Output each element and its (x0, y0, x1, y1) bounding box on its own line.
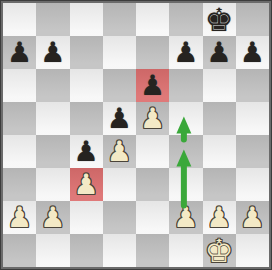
square-a1[interactable] (3, 234, 36, 267)
white-pawn-e5[interactable]: ♟ (140, 105, 165, 133)
white-king-g1[interactable]: ♚ (205, 235, 234, 267)
black-pawn-c4[interactable]: ♟ (74, 138, 99, 166)
square-e4[interactable] (136, 135, 169, 168)
white-pawn-d4[interactable]: ♟ (107, 138, 132, 166)
white-pawn-g2[interactable]: ♟ (207, 204, 232, 232)
white-pawn-a2[interactable]: ♟ (7, 204, 32, 232)
square-b2[interactable]: ♟ (36, 201, 69, 234)
square-b5[interactable] (36, 102, 69, 135)
black-pawn-e6[interactable]: ♟ (140, 72, 165, 100)
square-a6[interactable] (3, 69, 36, 102)
square-c3[interactable]: ♟ (70, 168, 103, 201)
square-d8[interactable] (103, 3, 136, 36)
square-d4[interactable]: ♟ (103, 135, 136, 168)
square-c1[interactable] (70, 234, 103, 267)
square-b8[interactable] (36, 3, 69, 36)
square-f4[interactable] (169, 135, 202, 168)
square-c5[interactable] (70, 102, 103, 135)
board-frame: ♚♟♟♟♟♟♟♟♟♟♟♟♟♟♟♟♟♚ (0, 0, 272, 270)
square-b7[interactable]: ♟ (36, 36, 69, 69)
white-pawn-h2[interactable]: ♟ (240, 204, 265, 232)
black-pawn-h7[interactable]: ♟ (240, 39, 265, 67)
square-e3[interactable] (136, 168, 169, 201)
square-d2[interactable] (103, 201, 136, 234)
black-pawn-g7[interactable]: ♟ (207, 39, 232, 67)
square-d7[interactable] (103, 36, 136, 69)
square-e1[interactable] (136, 234, 169, 267)
square-h2[interactable]: ♟ (236, 201, 269, 234)
chess-app-screenshot: ♚♟♟♟♟♟♟♟♟♟♟♟♟♟♟♟♟♚ (0, 0, 272, 270)
square-f2[interactable]: ♟ (169, 201, 202, 234)
black-king-g8[interactable]: ♚ (205, 4, 234, 36)
square-g6[interactable] (203, 69, 236, 102)
square-a2[interactable]: ♟ (3, 201, 36, 234)
square-a5[interactable] (3, 102, 36, 135)
square-f8[interactable] (169, 3, 202, 36)
square-e8[interactable] (136, 3, 169, 36)
square-e7[interactable] (136, 36, 169, 69)
square-b1[interactable] (36, 234, 69, 267)
square-a4[interactable] (3, 135, 36, 168)
square-h1[interactable] (236, 234, 269, 267)
square-d6[interactable] (103, 69, 136, 102)
square-c6[interactable] (70, 69, 103, 102)
square-h7[interactable]: ♟ (236, 36, 269, 69)
square-h5[interactable] (236, 102, 269, 135)
square-c8[interactable] (70, 3, 103, 36)
white-pawn-f2[interactable]: ♟ (173, 204, 198, 232)
white-pawn-b2[interactable]: ♟ (40, 204, 65, 232)
black-pawn-a7[interactable]: ♟ (7, 39, 32, 67)
square-f5[interactable] (169, 102, 202, 135)
square-g5[interactable] (203, 102, 236, 135)
square-c4[interactable]: ♟ (70, 135, 103, 168)
square-g3[interactable] (203, 168, 236, 201)
square-a3[interactable] (3, 168, 36, 201)
square-e2[interactable] (136, 201, 169, 234)
square-f7[interactable]: ♟ (169, 36, 202, 69)
white-pawn-c3[interactable]: ♟ (74, 171, 99, 199)
square-h3[interactable] (236, 168, 269, 201)
square-e6[interactable]: ♟ (136, 69, 169, 102)
square-g4[interactable] (203, 135, 236, 168)
black-pawn-f7[interactable]: ♟ (173, 39, 198, 67)
square-g7[interactable]: ♟ (203, 36, 236, 69)
square-d5[interactable]: ♟ (103, 102, 136, 135)
square-g8[interactable]: ♚ (203, 3, 236, 36)
chess-board: ♚♟♟♟♟♟♟♟♟♟♟♟♟♟♟♟♟♚ (3, 3, 269, 267)
square-f3[interactable] (169, 168, 202, 201)
black-pawn-d5[interactable]: ♟ (107, 105, 132, 133)
square-a8[interactable] (3, 3, 36, 36)
black-pawn-b7[interactable]: ♟ (40, 39, 65, 67)
square-h8[interactable] (236, 3, 269, 36)
square-b4[interactable] (36, 135, 69, 168)
square-h4[interactable] (236, 135, 269, 168)
square-e5[interactable]: ♟ (136, 102, 169, 135)
square-f1[interactable] (169, 234, 202, 267)
square-b6[interactable] (36, 69, 69, 102)
square-d1[interactable] (103, 234, 136, 267)
square-f6[interactable] (169, 69, 202, 102)
square-b3[interactable] (36, 168, 69, 201)
square-h6[interactable] (236, 69, 269, 102)
square-d3[interactable] (103, 168, 136, 201)
square-g1[interactable]: ♚ (203, 234, 236, 267)
square-c7[interactable] (70, 36, 103, 69)
square-a7[interactable]: ♟ (3, 36, 36, 69)
square-g2[interactable]: ♟ (203, 201, 236, 234)
square-c2[interactable] (70, 201, 103, 234)
